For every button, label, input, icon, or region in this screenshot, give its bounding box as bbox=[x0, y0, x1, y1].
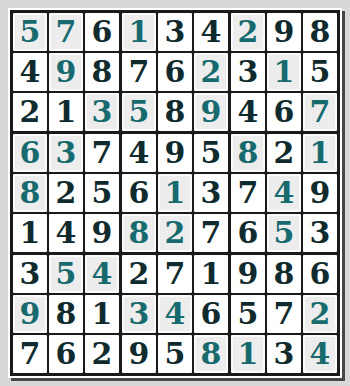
cell-r6c4[interactable]: 8 bbox=[122, 214, 156, 252]
cell-r5c7[interactable]: 7 bbox=[231, 174, 265, 212]
cell-r7c4[interactable]: 2 bbox=[122, 255, 156, 293]
cell-r9c5[interactable]: 5 bbox=[158, 335, 192, 373]
cell-r2c6[interactable]: 2 bbox=[194, 53, 228, 91]
cell-r3c5[interactable]: 8 bbox=[158, 93, 192, 131]
cell-r1c4[interactable]: 1 bbox=[122, 13, 156, 51]
box-9: 986572134 bbox=[231, 255, 337, 373]
cell-r5c1[interactable]: 8 bbox=[13, 174, 47, 212]
cell-r5c3[interactable]: 5 bbox=[85, 174, 119, 212]
cell-r1c6[interactable]: 4 bbox=[194, 13, 228, 51]
cell-r4c4[interactable]: 4 bbox=[122, 134, 156, 172]
cell-r4c3[interactable]: 7 bbox=[85, 134, 119, 172]
cell-r5c6[interactable]: 3 bbox=[194, 174, 228, 212]
cell-r2c7[interactable]: 3 bbox=[231, 53, 265, 91]
cell-r1c8[interactable]: 9 bbox=[267, 13, 301, 51]
cell-r4c1[interactable]: 6 bbox=[13, 134, 47, 172]
cell-r6c2[interactable]: 4 bbox=[49, 214, 83, 252]
cell-r1c7[interactable]: 2 bbox=[231, 13, 265, 51]
cell-r7c7[interactable]: 9 bbox=[231, 255, 265, 293]
cell-r1c5[interactable]: 3 bbox=[158, 13, 192, 51]
cell-r4c8[interactable]: 2 bbox=[267, 134, 301, 172]
cell-r8c4[interactable]: 3 bbox=[122, 295, 156, 333]
box-2: 134762589 bbox=[122, 13, 228, 131]
box-3: 298315467 bbox=[231, 13, 337, 131]
cell-r2c1[interactable]: 4 bbox=[13, 53, 47, 91]
cell-r8c6[interactable]: 6 bbox=[194, 295, 228, 333]
cell-r8c1[interactable]: 9 bbox=[13, 295, 47, 333]
cell-r2c2[interactable]: 9 bbox=[49, 53, 83, 91]
cell-r8c3[interactable]: 1 bbox=[85, 295, 119, 333]
cell-r7c8[interactable]: 8 bbox=[267, 255, 301, 293]
cell-r6c5[interactable]: 2 bbox=[158, 214, 192, 252]
cell-r9c4[interactable]: 9 bbox=[122, 335, 156, 373]
cell-r6c6[interactable]: 7 bbox=[194, 214, 228, 252]
cell-r4c7[interactable]: 8 bbox=[231, 134, 265, 172]
cell-r8c9[interactable]: 2 bbox=[303, 295, 337, 333]
cell-r9c2[interactable]: 6 bbox=[49, 335, 83, 373]
cell-r7c9[interactable]: 6 bbox=[303, 255, 337, 293]
box-8: 271346958 bbox=[122, 255, 228, 373]
cell-r3c6[interactable]: 9 bbox=[194, 93, 228, 131]
box-1: 576498213 bbox=[13, 13, 119, 131]
cell-r8c5[interactable]: 4 bbox=[158, 295, 192, 333]
cell-r3c3[interactable]: 3 bbox=[85, 93, 119, 131]
cell-r7c2[interactable]: 5 bbox=[49, 255, 83, 293]
cell-r8c2[interactable]: 8 bbox=[49, 295, 83, 333]
cell-r7c1[interactable]: 3 bbox=[13, 255, 47, 293]
cell-r5c9[interactable]: 9 bbox=[303, 174, 337, 212]
cell-r3c7[interactable]: 4 bbox=[231, 93, 265, 131]
box-6: 821749653 bbox=[231, 134, 337, 252]
cell-r9c9[interactable]: 4 bbox=[303, 335, 337, 373]
cell-r3c9[interactable]: 7 bbox=[303, 93, 337, 131]
cell-r7c6[interactable]: 1 bbox=[194, 255, 228, 293]
cell-r5c4[interactable]: 6 bbox=[122, 174, 156, 212]
cell-r2c4[interactable]: 7 bbox=[122, 53, 156, 91]
cell-r5c8[interactable]: 4 bbox=[267, 174, 301, 212]
cell-r2c3[interactable]: 8 bbox=[85, 53, 119, 91]
cell-r3c4[interactable]: 5 bbox=[122, 93, 156, 131]
sudoku-panel: 5764982131347625892983154676378251494956… bbox=[8, 8, 342, 378]
sudoku-grid: 5764982131347625892983154676378251494956… bbox=[10, 10, 340, 376]
cell-r9c7[interactable]: 1 bbox=[231, 335, 265, 373]
cell-r1c2[interactable]: 7 bbox=[49, 13, 83, 51]
cell-r6c9[interactable]: 3 bbox=[303, 214, 337, 252]
cell-r7c5[interactable]: 7 bbox=[158, 255, 192, 293]
cell-r8c7[interactable]: 5 bbox=[231, 295, 265, 333]
box-7: 354981762 bbox=[13, 255, 119, 373]
cell-r4c6[interactable]: 5 bbox=[194, 134, 228, 172]
cell-r2c9[interactable]: 5 bbox=[303, 53, 337, 91]
cell-r9c6[interactable]: 8 bbox=[194, 335, 228, 373]
cell-r3c2[interactable]: 1 bbox=[49, 93, 83, 131]
cell-r2c8[interactable]: 1 bbox=[267, 53, 301, 91]
cell-r4c2[interactable]: 3 bbox=[49, 134, 83, 172]
cell-r5c5[interactable]: 1 bbox=[158, 174, 192, 212]
cell-r1c9[interactable]: 8 bbox=[303, 13, 337, 51]
cell-r9c8[interactable]: 3 bbox=[267, 335, 301, 373]
cell-r8c8[interactable]: 7 bbox=[267, 295, 301, 333]
box-4: 637825149 bbox=[13, 134, 119, 252]
cell-r6c3[interactable]: 9 bbox=[85, 214, 119, 252]
cell-r6c7[interactable]: 6 bbox=[231, 214, 265, 252]
cell-r3c8[interactable]: 6 bbox=[267, 93, 301, 131]
page: { "game": "sudoku", "board_size": "9x9",… bbox=[0, 0, 350, 386]
cell-r9c3[interactable]: 2 bbox=[85, 335, 119, 373]
cell-r7c3[interactable]: 4 bbox=[85, 255, 119, 293]
cell-r5c2[interactable]: 2 bbox=[49, 174, 83, 212]
cell-r9c1[interactable]: 7 bbox=[13, 335, 47, 373]
cell-r6c8[interactable]: 5 bbox=[267, 214, 301, 252]
cell-r3c1[interactable]: 2 bbox=[13, 93, 47, 131]
cell-r2c5[interactable]: 6 bbox=[158, 53, 192, 91]
box-5: 495613827 bbox=[122, 134, 228, 252]
cell-r4c5[interactable]: 9 bbox=[158, 134, 192, 172]
cell-r1c3[interactable]: 6 bbox=[85, 13, 119, 51]
cell-r6c1[interactable]: 1 bbox=[13, 214, 47, 252]
cell-r1c1[interactable]: 5 bbox=[13, 13, 47, 51]
cell-r4c9[interactable]: 1 bbox=[303, 134, 337, 172]
